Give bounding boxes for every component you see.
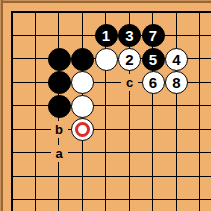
point-label-b: b <box>51 121 68 138</box>
go-board-diagram: cba13752468 <box>0 0 211 211</box>
white-stone <box>71 95 94 118</box>
point-label-c: c <box>121 74 138 91</box>
grid-line-h-6 <box>11 129 211 130</box>
black-stone-move-1: 1 <box>95 24 118 47</box>
black-stone <box>48 71 71 94</box>
white-stone-move-2: 2 <box>118 48 141 71</box>
white-stone-move-4: 4 <box>165 48 188 71</box>
black-stone <box>48 95 71 118</box>
point-label-a: a <box>51 145 68 162</box>
grid-line-h-9 <box>11 199 211 200</box>
black-stone <box>48 48 71 71</box>
board-frame-left-inner <box>1 0 3 211</box>
board-frame-top-inner <box>0 1 211 3</box>
black-stone-move-3: 3 <box>118 24 141 47</box>
grid-line-h-1 <box>11 11 211 13</box>
grid-line-v-1 <box>11 11 13 211</box>
white-stone <box>95 48 118 71</box>
grid-line-v-8 <box>176 11 177 211</box>
black-stone-move-5: 5 <box>142 48 165 71</box>
black-stone-move-7: 7 <box>142 24 165 47</box>
grid-line-h-5 <box>11 105 211 106</box>
white-stone <box>71 71 94 94</box>
black-stone <box>71 48 94 71</box>
marked-white-stone <box>71 118 94 141</box>
grid-line-h-7 <box>11 152 211 153</box>
white-stone-move-8: 8 <box>165 71 188 94</box>
grid-line-v-2 <box>35 11 36 211</box>
white-stone-move-6: 6 <box>142 71 165 94</box>
red-circle-mark-icon <box>75 122 90 137</box>
grid-line-v-9 <box>199 11 200 211</box>
grid-line-h-8 <box>11 176 211 177</box>
